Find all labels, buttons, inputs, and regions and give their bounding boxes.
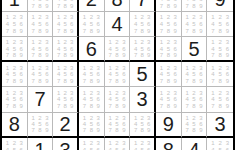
pencil-row: 789: [184, 28, 205, 35]
cell-r1c6[interactable]: 7: [130, 0, 156, 12]
pencil-marks: 123456789: [2, 37, 27, 60]
pencil-marks: 123456789: [182, 87, 207, 111]
pencil-row: 123: [4, 14, 25, 21]
pencil-row: 789: [158, 52, 179, 58]
cell-r2c6[interactable]: 123456789: [130, 12, 156, 37]
pencil-row: 456: [107, 71, 128, 78]
pencil-row: 789: [55, 28, 75, 35]
given-digit: 7: [34, 89, 45, 109]
pencil-row: 456: [4, 96, 25, 103]
pencil-row: 789: [4, 28, 25, 35]
pencil-row: 456: [158, 71, 179, 78]
pencil-row: 789: [81, 103, 102, 110]
pencil-row: 789: [132, 28, 152, 35]
pencil-marks: 123456789: [79, 87, 104, 111]
pencil-row: 789: [209, 52, 231, 58]
pencil-row: 456: [4, 71, 25, 78]
cell-r5c6[interactable]: 3: [130, 87, 156, 112]
pencil-row: 123: [107, 140, 128, 147]
pencil-marks: 123456789: [53, 0, 77, 11]
pencil-marks: 123456789: [156, 87, 181, 111]
pencil-marks: 123456789: [156, 12, 181, 36]
pencil-row: 123: [107, 89, 128, 96]
cell-r4c5[interactable]: 123456789: [105, 62, 131, 87]
given-digit: 1: [9, 0, 20, 9]
pencil-marks: 123456789: [53, 87, 77, 111]
pencil-row: 123: [81, 89, 102, 96]
pencil-marks: 123456789: [207, 12, 233, 36]
cell-r1c7[interactable]: 123456789: [156, 0, 182, 12]
pencil-row: 456: [4, 146, 25, 150]
cell-r1c3[interactable]: 123456789: [53, 0, 79, 12]
cell-r6c5[interactable]: 123456789: [105, 113, 131, 138]
pencil-row: 789: [158, 28, 179, 35]
given-digit: 4: [188, 140, 199, 150]
pencil-row: 456: [158, 21, 179, 28]
pencil-row: 789: [184, 103, 205, 110]
cell-r1c8[interactable]: 123456789: [182, 0, 208, 12]
given-digit: 9: [163, 114, 174, 134]
pencil-row: 789: [158, 2, 179, 9]
pencil-row: 456: [30, 21, 51, 28]
given-digit: 1: [34, 140, 45, 150]
sudoku-viewport: 1123456789123456789287123456789123456789…: [0, 0, 235, 150]
cell-r1c2[interactable]: 123456789: [28, 0, 54, 12]
pencil-row: 123: [55, 14, 75, 21]
pencil-row: 123: [209, 89, 231, 96]
pencil-row: 456: [81, 96, 102, 103]
pencil-marks: 123456789: [53, 62, 77, 86]
pencil-row: 123: [81, 64, 102, 71]
pencil-marks: 123456789: [182, 113, 207, 136]
given-digit: 3: [215, 114, 226, 134]
pencil-marks: 123456789: [105, 37, 130, 60]
cell-r4c1[interactable]: 123456789: [2, 62, 28, 87]
cell-r7c1[interactable]: 123456789: [2, 138, 28, 150]
cell-r6c2[interactable]: 123456789: [28, 113, 54, 138]
pencil-marks: 123456789: [182, 0, 207, 11]
pencil-row: 456: [55, 96, 75, 103]
cell-r4c2[interactable]: 123456789: [28, 62, 54, 87]
pencil-row: 123: [209, 64, 231, 71]
cell-r1c9[interactable]: 9: [207, 0, 233, 12]
pencil-marks: 123456789: [156, 62, 181, 86]
pencil-row: 789: [107, 78, 128, 85]
pencil-row: 456: [209, 96, 231, 103]
pencil-marks: 123456789: [182, 12, 207, 36]
pencil-row: 123: [158, 89, 179, 96]
cell-r1c4[interactable]: 2: [79, 0, 105, 12]
pencil-row: 123: [81, 14, 102, 21]
pencil-row: 123: [158, 14, 179, 21]
pencil-marks: 123456789: [2, 138, 27, 150]
sudoku-board: 1123456789123456789287123456789123456789…: [0, 0, 235, 150]
pencil-row: 789: [107, 103, 128, 110]
cell-r2c2[interactable]: 123456789: [28, 12, 54, 37]
cell-r7c7[interactable]: 8: [156, 138, 182, 150]
given-digit: 7: [137, 0, 148, 9]
pencil-marks: 123456789: [2, 62, 27, 86]
pencil-marks: 123456789: [105, 138, 130, 150]
pencil-row: 456: [132, 146, 152, 150]
pencil-marks: 123456789: [105, 113, 130, 136]
pencil-row: 456: [81, 71, 102, 78]
pencil-row: 456: [209, 146, 231, 150]
cell-r7c8[interactable]: 4: [182, 138, 208, 150]
cell-r5c7[interactable]: 123456789: [156, 87, 182, 112]
pencil-row: 789: [209, 78, 231, 85]
pencil-row: 789: [81, 28, 102, 35]
pencil-row: 123: [55, 64, 75, 71]
pencil-row: 123: [4, 140, 25, 147]
pencil-row: 789: [30, 52, 51, 58]
given-digit: 2: [60, 114, 71, 134]
pencil-marks: 123456789: [79, 62, 104, 86]
pencil-row: 123: [184, 14, 205, 21]
cell-r3c4[interactable]: 6: [79, 37, 105, 62]
pencil-row: 123: [132, 14, 152, 21]
cell-r3c6[interactable]: 123456789: [130, 37, 156, 62]
given-digit: 3: [137, 89, 148, 109]
cell-r7c6[interactable]: 123456789: [130, 138, 156, 150]
pencil-marks: 123456789: [28, 0, 53, 11]
given-digit: 4: [111, 14, 122, 34]
pencil-row: 456: [55, 71, 75, 78]
cell-r6c3[interactable]: 2: [53, 113, 79, 138]
pencil-marks: 123456789: [207, 62, 233, 86]
given-digit: 8: [163, 140, 174, 150]
cell-r6c1[interactable]: 8: [2, 113, 28, 138]
cell-r4c9[interactable]: 123456789: [207, 62, 233, 87]
pencil-row: 123: [158, 64, 179, 71]
pencil-row: 789: [81, 127, 102, 133]
pencil-row: 456: [184, 21, 205, 28]
cell-r3c8[interactable]: 5: [182, 37, 208, 62]
pencil-row: 789: [55, 78, 75, 85]
given-digit: 6: [86, 39, 97, 59]
pencil-row: 456: [184, 96, 205, 103]
pencil-row: 123: [55, 89, 75, 96]
pencil-row: 123: [4, 89, 25, 96]
pencil-row: 123: [184, 64, 205, 71]
pencil-row: 789: [184, 127, 205, 133]
pencil-marks: 123456789: [130, 12, 154, 36]
cell-r4c7[interactable]: 123456789: [156, 62, 182, 87]
pencil-row: 789: [107, 127, 128, 133]
pencil-row: 456: [4, 21, 25, 28]
cell-r6c8[interactable]: 123456789: [182, 113, 208, 138]
cell-r2c9[interactable]: 123456789: [207, 12, 233, 37]
pencil-marks: 123456789: [28, 62, 53, 86]
pencil-row: 123: [30, 64, 51, 71]
pencil-marks: 123456789: [79, 138, 104, 150]
cell-r3c1[interactable]: 123456789: [2, 37, 28, 62]
cell-r2c8[interactable]: 123456789: [182, 12, 208, 37]
pencil-marks: 123456789: [130, 113, 154, 136]
pencil-row: 456: [132, 21, 152, 28]
pencil-marks: 123456789: [130, 37, 154, 60]
pencil-marks: 123456789: [28, 37, 53, 60]
pencil-row: 123: [107, 64, 128, 71]
cell-r5c5[interactable]: 123456789: [105, 87, 131, 112]
pencil-marks: 123456789: [28, 12, 53, 36]
pencil-marks: 123456789: [105, 87, 130, 111]
pencil-row: 789: [158, 78, 179, 85]
cell-r7c3[interactable]: 3: [53, 138, 79, 150]
pencil-row: 123: [209, 14, 231, 21]
cell-r6c6[interactable]: 123456789: [130, 113, 156, 138]
pencil-row: 789: [4, 52, 25, 58]
pencil-row: 789: [30, 28, 51, 35]
cell-r2c5[interactable]: 4: [105, 12, 131, 37]
pencil-row: 456: [81, 146, 102, 150]
pencil-row: 789: [30, 78, 51, 85]
pencil-marks: 123456789: [2, 87, 27, 111]
pencil-row: 456: [158, 96, 179, 103]
pencil-row: 789: [107, 52, 128, 58]
pencil-row: 789: [132, 127, 152, 133]
pencil-row: 789: [4, 103, 25, 110]
cell-r7c4[interactable]: 123456789: [79, 138, 105, 150]
cell-r2c1[interactable]: 123456789: [2, 12, 28, 37]
pencil-marks: 123456789: [28, 113, 53, 136]
cell-r6c4[interactable]: 123456789: [79, 113, 105, 138]
pencil-row: 456: [107, 146, 128, 150]
pencil-marks: 123456789: [79, 113, 104, 136]
pencil-marks: 123456789: [105, 62, 130, 86]
cell-r4c6[interactable]: 5: [130, 62, 156, 87]
cell-r3c5[interactable]: 123456789: [105, 37, 131, 62]
pencil-row: 789: [55, 103, 75, 110]
pencil-row: 789: [184, 78, 205, 85]
given-digit: 3: [60, 140, 71, 150]
pencil-marks: 123456789: [2, 12, 27, 36]
pencil-row: 789: [209, 103, 231, 110]
pencil-marks: 123456789: [53, 12, 77, 36]
given-digit: 2: [86, 0, 97, 9]
pencil-row: 123: [81, 140, 102, 147]
pencil-row: 456: [184, 71, 205, 78]
pencil-marks: 123456789: [53, 37, 77, 60]
cell-r6c9[interactable]: 3: [207, 113, 233, 138]
cell-r1c1[interactable]: 1: [2, 0, 28, 12]
cell-r5c4[interactable]: 123456789: [79, 87, 105, 112]
cell-r1c5[interactable]: 8: [105, 0, 131, 12]
cell-r2c7[interactable]: 123456789: [156, 12, 182, 37]
pencil-row: 789: [184, 2, 205, 9]
given-digit: 8: [9, 114, 20, 134]
pencil-marks: 123456789: [156, 0, 181, 11]
given-digit: 9: [215, 0, 226, 9]
pencil-row: 456: [107, 96, 128, 103]
pencil-row: 456: [30, 71, 51, 78]
pencil-row: 456: [55, 21, 75, 28]
pencil-row: 123: [184, 89, 205, 96]
pencil-row: 789: [30, 2, 51, 9]
pencil-row: 123: [30, 14, 51, 21]
pencil-row: 123: [132, 140, 152, 147]
pencil-row: 456: [81, 21, 102, 28]
cell-r4c3[interactable]: 123456789: [53, 62, 79, 87]
cell-r3c7[interactable]: 123456789: [156, 37, 182, 62]
cell-r3c3[interactable]: 123456789: [53, 37, 79, 62]
cell-r2c3[interactable]: 123456789: [53, 12, 79, 37]
pencil-marks: 123456789: [130, 138, 154, 150]
cell-r6c7[interactable]: 9: [156, 113, 182, 138]
pencil-row: 789: [132, 52, 152, 58]
pencil-row: 789: [209, 28, 231, 35]
given-digit: 8: [111, 0, 122, 9]
pencil-row: 123: [209, 140, 231, 147]
given-digit: 5: [188, 39, 199, 59]
cell-r7c5[interactable]: 123456789: [105, 138, 131, 150]
cell-r3c9[interactable]: 123456789: [207, 37, 233, 62]
pencil-marks: 123456789: [207, 87, 233, 111]
cell-r5c3[interactable]: 123456789: [53, 87, 79, 112]
cell-r5c1[interactable]: 123456789: [2, 87, 28, 112]
pencil-marks: 123456789: [182, 62, 207, 86]
pencil-row: 789: [158, 103, 179, 110]
pencil-marks: 123456789: [207, 37, 233, 60]
given-digit: 5: [137, 64, 148, 84]
pencil-row: 456: [209, 21, 231, 28]
cell-r4c4[interactable]: 123456789: [79, 62, 105, 87]
cell-r5c2[interactable]: 7: [28, 87, 54, 112]
cell-r5c9[interactable]: 123456789: [207, 87, 233, 112]
pencil-row: 789: [55, 2, 75, 9]
cell-r5c8[interactable]: 123456789: [182, 87, 208, 112]
cell-r7c9[interactable]: 123456789: [207, 138, 233, 150]
cell-r7c2[interactable]: 1: [28, 138, 54, 150]
pencil-marks: 123456789: [207, 138, 233, 150]
pencil-row: 789: [30, 127, 51, 133]
cell-r4c8[interactable]: 123456789: [182, 62, 208, 87]
pencil-row: 789: [55, 52, 75, 58]
cell-r2c4[interactable]: 123456789: [79, 12, 105, 37]
pencil-marks: 123456789: [79, 12, 104, 36]
cell-r3c2[interactable]: 123456789: [28, 37, 54, 62]
pencil-row: 789: [4, 78, 25, 85]
pencil-row: 456: [209, 71, 231, 78]
pencil-marks: 123456789: [156, 37, 181, 60]
pencil-row: 789: [81, 78, 102, 85]
pencil-row: 123: [4, 64, 25, 71]
